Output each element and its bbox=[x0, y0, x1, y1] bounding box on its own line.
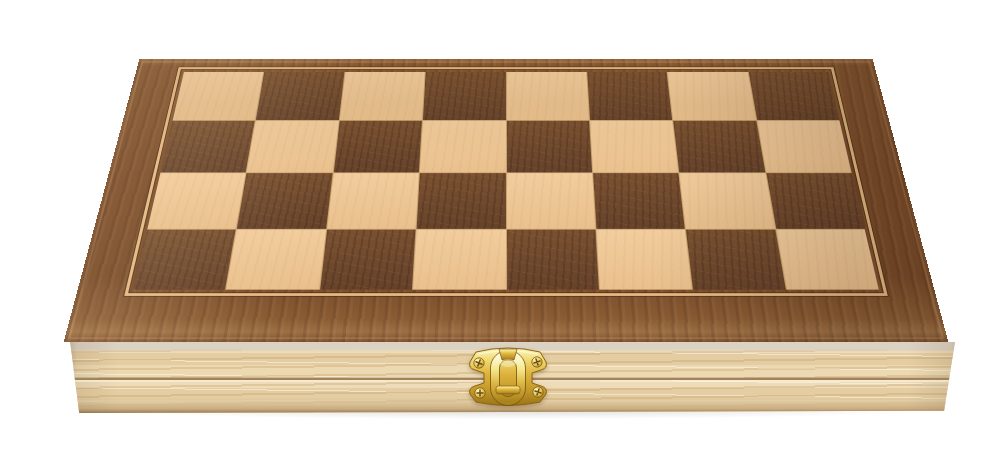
checker-square bbox=[757, 121, 852, 173]
checker-square bbox=[596, 230, 692, 290]
checker-square bbox=[227, 230, 326, 290]
checker-square bbox=[668, 72, 756, 120]
walnut-frame bbox=[64, 59, 949, 342]
checker-square bbox=[590, 121, 679, 173]
checker-square bbox=[766, 173, 865, 229]
checker-square bbox=[417, 173, 506, 229]
checker-square bbox=[334, 121, 423, 173]
checker-square bbox=[237, 173, 332, 229]
checker-square bbox=[506, 72, 589, 120]
checker-square bbox=[340, 72, 425, 120]
checker-square bbox=[776, 230, 879, 290]
checker-square bbox=[423, 72, 506, 120]
inlay-gap bbox=[128, 69, 884, 293]
checker-square bbox=[686, 230, 785, 290]
checker-square bbox=[256, 72, 344, 120]
brass-latch bbox=[464, 346, 552, 410]
checker-square bbox=[320, 230, 416, 290]
checker-square bbox=[506, 173, 595, 229]
checker-square bbox=[673, 121, 765, 173]
checker-square bbox=[587, 72, 672, 120]
latch-top-tab bbox=[499, 349, 517, 360]
checker-square bbox=[680, 173, 775, 229]
checker-square bbox=[413, 230, 505, 290]
checker-square bbox=[133, 230, 236, 290]
inlay-pinstripe bbox=[124, 67, 888, 296]
checker-square bbox=[748, 72, 839, 120]
latch-catch-bar bbox=[496, 386, 520, 394]
checker-square bbox=[593, 173, 685, 229]
checker-square bbox=[420, 121, 506, 173]
checker-square bbox=[161, 121, 256, 173]
checker-square bbox=[506, 121, 592, 173]
checker-square bbox=[327, 173, 419, 229]
board-top-face bbox=[64, 59, 949, 342]
chess-box-photo bbox=[0, 0, 1000, 471]
checkerboard bbox=[133, 72, 879, 290]
checker-square bbox=[173, 72, 264, 120]
checker-square bbox=[147, 173, 246, 229]
checker-square bbox=[507, 230, 599, 290]
checker-square bbox=[247, 121, 339, 173]
